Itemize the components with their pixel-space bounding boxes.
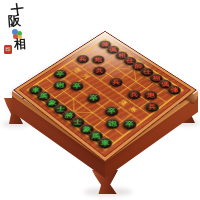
piece-red: 帥 [132, 62, 145, 71]
piece-red: 相 [115, 51, 128, 59]
piece-green: 馬 [37, 92, 51, 101]
piece-red: 仕 [123, 57, 136, 65]
piece-green: 象 [45, 98, 59, 108]
piece-red: 炮 [92, 55, 104, 63]
piece-red: 兵 [127, 89, 140, 98]
logo-seal-stamp: 印 [4, 45, 12, 54]
piece-red: 俥 [99, 40, 111, 48]
piece-green: 車 [29, 85, 43, 94]
brand-logo: 十 阪 相 印 [2, 0, 34, 60]
piece-green: 馬 [89, 131, 103, 142]
river-text-right: 漢 界 [117, 99, 141, 116]
piece-red: 仕 [141, 68, 154, 77]
piece-red: 傌 [107, 46, 119, 54]
piece-green: 卒 [70, 81, 83, 90]
piece-red: 兵 [93, 66, 106, 75]
piece-green: 卒 [104, 106, 118, 116]
piece-green: 士 [53, 104, 67, 114]
piece-green: 卒 [122, 119, 136, 129]
piece-green: 砲 [105, 119, 119, 129]
piece-green: 士 [71, 117, 85, 127]
piece-red: 炮 [144, 90, 158, 99]
logo-char-middle: 阪 [8, 14, 22, 28]
piece-red: 兵 [145, 102, 159, 112]
river-text-left: 楚 河 [71, 67, 93, 82]
product-photo: 十 阪 相 印 楚 河 漢 界 俥傌相仕帥仕相傌俥炮炮兵兵兵兵兵卒卒卒卒卒砲砲車… [0, 0, 200, 200]
piece-green: 砲 [53, 81, 67, 90]
piece-red: 傌 [158, 79, 172, 88]
piece-green: 象 [80, 124, 94, 134]
piece-red: 俥 [167, 85, 181, 94]
piece-red: 相 [149, 74, 162, 83]
logo-char-bottom: 相 [14, 38, 27, 51]
piece-red: 兵 [77, 55, 90, 63]
piece-green: 卒 [87, 94, 100, 103]
piece-red: 兵 [110, 77, 123, 86]
board-surface: 楚 河 漢 界 俥傌相仕帥仕相傌俥炮炮兵兵兵兵兵卒卒卒卒卒砲砲車馬象士將士象馬車 [13, 31, 197, 162]
piece-green: 車 [98, 138, 112, 149]
piece-green: 卒 [53, 70, 66, 79]
xiangqi-board: 楚 河 漢 界 俥傌相仕帥仕相傌俥炮炮兵兵兵兵兵卒卒卒卒卒砲砲車馬象士將士象馬車 [13, 31, 197, 162]
piece-green: 將 [62, 111, 76, 121]
